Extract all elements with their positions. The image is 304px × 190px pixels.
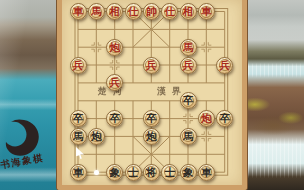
piece-character: 相: [107, 4, 122, 19]
piece-black-c3r7[interactable]: 卒: [106, 110, 123, 127]
piece-character: 相: [181, 4, 196, 19]
piece-black-c2r8[interactable]: 炮: [88, 128, 105, 145]
piece-character: 車: [199, 4, 214, 19]
piece-character: 馬: [181, 40, 196, 55]
piece-character: 帥: [144, 4, 159, 19]
piece-character: 炮: [89, 129, 104, 144]
background-waterfall-photo: [244, 0, 304, 190]
piece-character: 馬: [181, 129, 196, 144]
piece-black-c5r7[interactable]: 卒: [143, 110, 160, 127]
move-from-marker: [94, 170, 99, 175]
piece-black-c7r6[interactable]: 卒: [180, 92, 197, 109]
game-screen: 楚河 漢界 車馬相仕帥仕相車炮馬兵兵兵兵兵炮卒卒卒卒卒馬炮炮馬車象士将士象車 书…: [0, 0, 304, 190]
piece-red-c1r1[interactable]: 車: [70, 3, 87, 20]
piece-character: 馬: [71, 129, 86, 144]
piece-character: 兵: [217, 58, 232, 73]
board-grid: [62, 0, 242, 184]
piece-black-c9r7[interactable]: 卒: [216, 110, 233, 127]
piece-character: 兵: [107, 75, 122, 90]
piece-character: 卒: [144, 111, 159, 126]
piece-red-c1r4[interactable]: 兵: [70, 57, 87, 74]
piece-character: 仕: [126, 4, 141, 19]
piece-black-c6r10[interactable]: 士: [161, 164, 178, 181]
piece-red-c8r7[interactable]: 炮: [198, 110, 215, 127]
piece-red-c6r1[interactable]: 仕: [161, 3, 178, 20]
piece-black-c7r10[interactable]: 象: [180, 164, 197, 181]
piece-red-c3r1[interactable]: 相: [106, 3, 123, 20]
piece-black-c8r10[interactable]: 車: [198, 164, 215, 181]
piece-character: 炮: [107, 40, 122, 55]
piece-character: 炮: [199, 111, 214, 126]
piece-red-c8r1[interactable]: 車: [198, 3, 215, 20]
piece-character: 兵: [181, 58, 196, 73]
piece-red-c7r1[interactable]: 相: [180, 3, 197, 20]
piece-character: 卒: [181, 93, 196, 108]
piece-black-c7r8[interactable]: 馬: [180, 128, 197, 145]
piece-character: 炮: [144, 129, 159, 144]
piece-red-c5r1[interactable]: 帥: [143, 3, 160, 20]
xiangqi-board[interactable]: 楚河 漢界 車馬相仕帥仕相車炮馬兵兵兵兵兵炮卒卒卒卒卒馬炮炮馬車象士将士象車: [57, 0, 247, 190]
piece-red-c9r4[interactable]: 兵: [216, 57, 233, 74]
piece-red-c7r3[interactable]: 馬: [180, 39, 197, 56]
piece-character: 馬: [89, 4, 104, 19]
piece-red-c5r4[interactable]: 兵: [143, 57, 160, 74]
piece-character: 卒: [217, 111, 232, 126]
piece-black-c5r10[interactable]: 将: [143, 164, 160, 181]
piece-red-c7r4[interactable]: 兵: [180, 57, 197, 74]
piece-character: 車: [199, 165, 214, 180]
piece-red-c3r5[interactable]: 兵: [106, 74, 123, 91]
piece-character: 象: [107, 165, 122, 180]
piece-black-c4r10[interactable]: 士: [125, 164, 142, 181]
piece-character: 士: [162, 165, 177, 180]
piece-character: 卒: [71, 111, 86, 126]
piece-black-c1r10[interactable]: 車: [70, 164, 87, 181]
piece-character: 車: [71, 165, 86, 180]
piece-character: 兵: [144, 58, 159, 73]
piece-character: 仕: [162, 4, 177, 19]
piece-character: 象: [181, 165, 196, 180]
piece-red-c2r1[interactable]: 馬: [88, 3, 105, 20]
piece-character: 卒: [107, 111, 122, 126]
piece-red-c3r3[interactable]: 炮: [106, 39, 123, 56]
piece-red-c4r1[interactable]: 仕: [125, 3, 142, 20]
piece-character: 将: [144, 165, 159, 180]
piece-character: 車: [71, 4, 86, 19]
piece-character: 兵: [71, 58, 86, 73]
piece-black-c3r10[interactable]: 象: [106, 164, 123, 181]
piece-black-c5r8[interactable]: 炮: [143, 128, 160, 145]
piece-character: 士: [126, 165, 141, 180]
piece-black-c1r8[interactable]: 馬: [70, 128, 87, 145]
piece-black-c1r7[interactable]: 卒: [70, 110, 87, 127]
